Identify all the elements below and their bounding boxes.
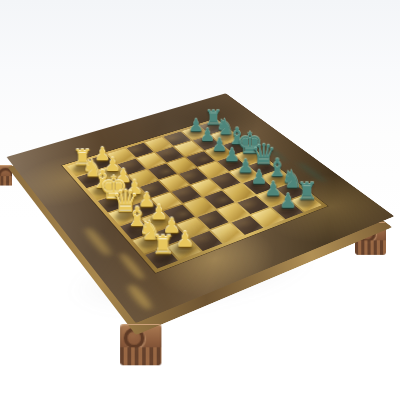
perspective-stage: ♜♞♝♛♚♝♞♜♟♟♟♟♟♟♟♟♟♟♟♟♟♟♟♟♜♞♝♛♚♝♞♜	[0, 0, 400, 400]
chess-board: ♜♞♝♛♚♝♞♜♟♟♟♟♟♟♟♟♟♟♟♟♟♟♟♟♜♞♝♛♚♝♞♜	[7, 93, 395, 323]
product-photo-scene: ♜♞♝♛♚♝♞♜♟♟♟♟♟♟♟♟♟♟♟♟♟♟♟♟♜♞♝♛♚♝♞♜	[0, 0, 400, 400]
